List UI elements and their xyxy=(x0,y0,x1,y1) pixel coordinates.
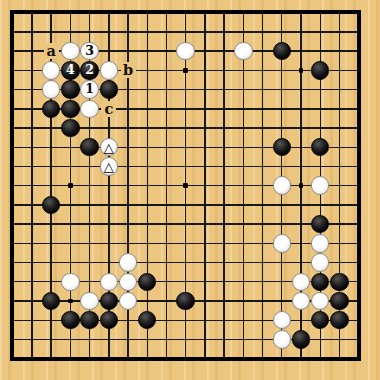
white-stone xyxy=(311,176,329,194)
black-stone xyxy=(100,292,118,310)
black-stone xyxy=(330,292,348,310)
white-stone xyxy=(61,273,79,291)
black-stone xyxy=(292,330,310,348)
white-stone xyxy=(80,80,98,98)
white-stone xyxy=(61,42,79,60)
white-stone xyxy=(273,330,291,348)
white-stone xyxy=(273,311,291,329)
black-stone xyxy=(100,311,118,329)
black-stone xyxy=(42,292,60,310)
black-stone xyxy=(61,100,79,118)
star-point xyxy=(299,183,304,188)
black-stone xyxy=(42,196,60,214)
white-stone xyxy=(100,61,118,79)
star-point xyxy=(299,68,304,73)
go-board-points-grid: 1234△△abc xyxy=(3,3,368,368)
white-stone xyxy=(42,80,60,98)
black-stone xyxy=(42,100,60,118)
white-stone xyxy=(273,234,291,252)
white-stone xyxy=(311,253,329,271)
black-stone xyxy=(273,42,291,60)
point-label-a: a xyxy=(44,43,59,59)
black-stone xyxy=(100,80,118,98)
white-stone xyxy=(100,138,118,156)
black-stone xyxy=(61,119,79,137)
black-stone xyxy=(80,311,98,329)
white-stone xyxy=(292,292,310,310)
black-stone xyxy=(80,61,98,79)
star-point xyxy=(68,183,73,188)
white-stone xyxy=(311,234,329,252)
white-stone xyxy=(80,42,98,60)
star-point xyxy=(68,299,73,304)
white-stone xyxy=(100,157,118,175)
white-stone xyxy=(80,100,98,118)
point-label-c: c xyxy=(101,101,116,117)
black-stone xyxy=(311,138,329,156)
black-stone xyxy=(61,311,79,329)
white-stone xyxy=(234,42,252,60)
star-point xyxy=(183,68,188,73)
black-stone xyxy=(330,311,348,329)
white-stone xyxy=(292,273,310,291)
black-stone xyxy=(311,215,329,233)
white-stone xyxy=(80,292,98,310)
black-stone xyxy=(273,138,291,156)
black-stone xyxy=(80,138,98,156)
black-stone xyxy=(61,80,79,98)
white-stone xyxy=(119,253,137,271)
white-stone xyxy=(119,292,137,310)
black-stone xyxy=(330,273,348,291)
black-stone xyxy=(311,61,329,79)
black-stone xyxy=(61,61,79,79)
point-label-b: b xyxy=(121,62,136,78)
white-stone xyxy=(100,273,118,291)
go-diagram: 1234△△abc xyxy=(0,0,380,380)
white-stone xyxy=(311,292,329,310)
black-stone xyxy=(311,273,329,291)
white-stone xyxy=(176,42,194,60)
black-stone xyxy=(176,292,194,310)
star-point xyxy=(183,183,188,188)
black-stone xyxy=(138,273,156,291)
white-stone xyxy=(119,273,137,291)
white-stone xyxy=(42,61,60,79)
black-stone xyxy=(138,311,156,329)
white-stone xyxy=(273,176,291,194)
black-stone xyxy=(311,311,329,329)
